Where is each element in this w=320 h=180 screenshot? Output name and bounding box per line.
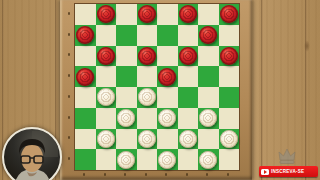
- square-a7[interactable]: [75, 25, 96, 46]
- square-h7: [219, 25, 240, 46]
- square-g4: [198, 87, 219, 108]
- crown-icon: [277, 147, 297, 165]
- wood-knot: [304, 40, 310, 52]
- square-e3[interactable]: [157, 108, 178, 129]
- square-c6: [116, 46, 137, 67]
- white-piece-g3[interactable]: [199, 109, 217, 127]
- subscribe-button[interactable]: INSCREVA-SE: [259, 166, 318, 177]
- square-d5: [137, 66, 158, 87]
- square-b6[interactable]: [96, 46, 117, 67]
- white-piece-h2[interactable]: [220, 130, 238, 148]
- square-e5[interactable]: [157, 66, 178, 87]
- square-a6: [75, 46, 96, 67]
- row-mark: [68, 53, 70, 56]
- square-d6[interactable]: [137, 46, 158, 67]
- white-piece-d4[interactable]: [138, 88, 156, 106]
- column-mark: [83, 173, 85, 176]
- square-h5: [219, 66, 240, 87]
- white-piece-g1[interactable]: [199, 151, 217, 169]
- square-f6[interactable]: [178, 46, 199, 67]
- square-h2[interactable]: [219, 129, 240, 150]
- column-mark: [124, 173, 126, 176]
- square-a1[interactable]: [75, 149, 96, 170]
- row-mark: [68, 33, 70, 36]
- square-h6[interactable]: [219, 46, 240, 67]
- red-piece-f8[interactable]: [179, 5, 197, 23]
- square-f3: [178, 108, 199, 129]
- red-piece-b6[interactable]: [97, 47, 115, 65]
- square-b3: [96, 108, 117, 129]
- square-d7: [137, 25, 158, 46]
- square-f7: [178, 25, 199, 46]
- white-piece-b2[interactable]: [97, 130, 115, 148]
- square-a2: [75, 129, 96, 150]
- square-g7[interactable]: [198, 25, 219, 46]
- column-mark: [186, 173, 188, 176]
- red-piece-b8[interactable]: [97, 5, 115, 23]
- white-piece-f2[interactable]: [179, 130, 197, 148]
- row-mark: [68, 157, 70, 160]
- square-c8: [116, 4, 137, 25]
- square-f1: [178, 149, 199, 170]
- row-mark: [68, 95, 70, 98]
- square-f8[interactable]: [178, 4, 199, 25]
- checkers-board: [74, 3, 240, 171]
- column-mark: [206, 173, 208, 176]
- square-d1: [137, 149, 158, 170]
- board-grid: [75, 4, 239, 170]
- plank-seam: [261, 0, 263, 180]
- square-h4[interactable]: [219, 87, 240, 108]
- red-piece-a7[interactable]: [76, 26, 94, 44]
- webcam-overlay: [2, 127, 62, 180]
- square-h8[interactable]: [219, 4, 240, 25]
- white-piece-e1[interactable]: [158, 151, 176, 169]
- subscribe-label: INSCREVA-SE: [271, 169, 304, 174]
- video-frame: INSCREVA-SE: [0, 0, 320, 180]
- square-a4: [75, 87, 96, 108]
- streamer-avatar: [4, 129, 60, 180]
- red-piece-f6[interactable]: [179, 47, 197, 65]
- white-piece-b4[interactable]: [97, 88, 115, 106]
- white-piece-c1[interactable]: [117, 151, 135, 169]
- square-h1: [219, 149, 240, 170]
- red-piece-g7[interactable]: [199, 26, 217, 44]
- row-mark: [68, 136, 70, 139]
- square-b5: [96, 66, 117, 87]
- square-e1[interactable]: [157, 149, 178, 170]
- square-b2[interactable]: [96, 129, 117, 150]
- square-g1[interactable]: [198, 149, 219, 170]
- square-g8: [198, 4, 219, 25]
- square-a8: [75, 4, 96, 25]
- square-g5[interactable]: [198, 66, 219, 87]
- square-a3[interactable]: [75, 108, 96, 129]
- square-e7[interactable]: [157, 25, 178, 46]
- square-h3: [219, 108, 240, 129]
- column-mark: [165, 173, 167, 176]
- square-g2: [198, 129, 219, 150]
- red-piece-d6[interactable]: [138, 47, 156, 65]
- square-c4: [116, 87, 137, 108]
- square-d2[interactable]: [137, 129, 158, 150]
- red-piece-h8[interactable]: [220, 5, 238, 23]
- square-g3[interactable]: [198, 108, 219, 129]
- square-f4[interactable]: [178, 87, 199, 108]
- white-piece-d2[interactable]: [138, 130, 156, 148]
- red-piece-h6[interactable]: [220, 47, 238, 65]
- red-piece-d8[interactable]: [138, 5, 156, 23]
- square-a5[interactable]: [75, 66, 96, 87]
- red-piece-a5[interactable]: [76, 68, 94, 86]
- square-f5: [178, 66, 199, 87]
- square-e8: [157, 4, 178, 25]
- square-d4[interactable]: [137, 87, 158, 108]
- square-c2: [116, 129, 137, 150]
- square-b8[interactable]: [96, 4, 117, 25]
- square-g6: [198, 46, 219, 67]
- square-b4[interactable]: [96, 87, 117, 108]
- square-d3: [137, 108, 158, 129]
- column-mark: [145, 173, 147, 176]
- youtube-play-icon: [261, 169, 269, 175]
- white-piece-c3[interactable]: [117, 109, 135, 127]
- square-b7: [96, 25, 117, 46]
- column-mark: [104, 173, 106, 176]
- square-f2[interactable]: [178, 129, 199, 150]
- white-piece-e3[interactable]: [158, 109, 176, 127]
- square-d8[interactable]: [137, 4, 158, 25]
- row-mark: [68, 116, 70, 119]
- square-c5[interactable]: [116, 66, 137, 87]
- board-frame: [60, 0, 252, 180]
- square-c1[interactable]: [116, 149, 137, 170]
- row-mark: [68, 74, 70, 77]
- column-mark: [227, 173, 229, 176]
- square-c7[interactable]: [116, 25, 137, 46]
- square-e2: [157, 129, 178, 150]
- plank-seam: [305, 0, 307, 180]
- row-mark: [68, 12, 70, 15]
- square-c3[interactable]: [116, 108, 137, 129]
- square-e4: [157, 87, 178, 108]
- red-piece-e5[interactable]: [158, 68, 176, 86]
- square-b1: [96, 149, 117, 170]
- square-e6: [157, 46, 178, 67]
